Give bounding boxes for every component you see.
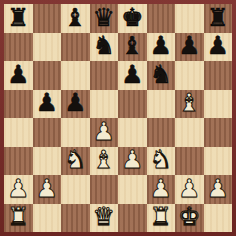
square-f6[interactable]: ♞ bbox=[147, 61, 176, 90]
square-b2[interactable]: ♟ bbox=[33, 175, 62, 204]
square-b4[interactable] bbox=[33, 118, 62, 147]
black-pawn-g7[interactable]: ♟ bbox=[178, 33, 200, 58]
black-rook-h8[interactable]: ♜ bbox=[207, 5, 229, 30]
square-g2[interactable]: ♟ bbox=[175, 175, 204, 204]
square-e5[interactable] bbox=[118, 90, 147, 119]
white-pawn-d4[interactable]: ♟ bbox=[93, 119, 115, 144]
square-d3[interactable]: ♝ bbox=[90, 147, 119, 176]
square-e4[interactable] bbox=[118, 118, 147, 147]
square-c2[interactable] bbox=[61, 175, 90, 204]
square-d1[interactable]: ♛ bbox=[90, 204, 119, 233]
square-d4[interactable]: ♟ bbox=[90, 118, 119, 147]
square-b7[interactable] bbox=[33, 33, 62, 62]
square-d7[interactable]: ♞ bbox=[90, 33, 119, 62]
square-g7[interactable]: ♟ bbox=[175, 33, 204, 62]
square-d8[interactable]: ♛ bbox=[90, 4, 119, 33]
square-h6[interactable] bbox=[204, 61, 233, 90]
white-knight-c3[interactable]: ♞ bbox=[64, 147, 86, 172]
square-e8[interactable]: ♚ bbox=[118, 4, 147, 33]
white-rook-f1[interactable]: ♜ bbox=[150, 204, 172, 229]
square-c6[interactable] bbox=[61, 61, 90, 90]
white-king-g1[interactable]: ♚ bbox=[178, 204, 200, 229]
square-a8[interactable]: ♜ bbox=[4, 4, 33, 33]
square-b5[interactable]: ♟ bbox=[33, 90, 62, 119]
square-h7[interactable]: ♟ bbox=[204, 33, 233, 62]
black-knight-f6[interactable]: ♞ bbox=[150, 62, 172, 87]
white-pawn-b2[interactable]: ♟ bbox=[36, 176, 58, 201]
square-c4[interactable] bbox=[61, 118, 90, 147]
square-e7[interactable]: ♝ bbox=[118, 33, 147, 62]
square-h5[interactable] bbox=[204, 90, 233, 119]
square-c7[interactable] bbox=[61, 33, 90, 62]
black-pawn-b5[interactable]: ♟ bbox=[36, 90, 58, 115]
square-f4[interactable] bbox=[147, 118, 176, 147]
square-b6[interactable] bbox=[33, 61, 62, 90]
square-f7[interactable]: ♟ bbox=[147, 33, 176, 62]
square-f8[interactable] bbox=[147, 4, 176, 33]
square-e1[interactable] bbox=[118, 204, 147, 233]
square-a7[interactable] bbox=[4, 33, 33, 62]
square-g6[interactable] bbox=[175, 61, 204, 90]
black-pawn-h7[interactable]: ♟ bbox=[207, 33, 229, 58]
white-pawn-e3[interactable]: ♟ bbox=[121, 147, 143, 172]
black-pawn-c5[interactable]: ♟ bbox=[64, 90, 86, 115]
white-knight-f3[interactable]: ♞ bbox=[150, 147, 172, 172]
square-c5[interactable]: ♟ bbox=[61, 90, 90, 119]
square-f1[interactable]: ♜ bbox=[147, 204, 176, 233]
square-d5[interactable] bbox=[90, 90, 119, 119]
white-queen-d1[interactable]: ♛ bbox=[93, 204, 115, 229]
white-bishop-g5[interactable]: ♝ bbox=[178, 90, 200, 115]
square-g1[interactable]: ♚ bbox=[175, 204, 204, 233]
square-g5[interactable]: ♝ bbox=[175, 90, 204, 119]
black-bishop-e7[interactable]: ♝ bbox=[121, 33, 143, 58]
square-c3[interactable]: ♞ bbox=[61, 147, 90, 176]
white-pawn-g2[interactable]: ♟ bbox=[178, 176, 200, 201]
white-pawn-h2[interactable]: ♟ bbox=[207, 176, 229, 201]
square-g4[interactable] bbox=[175, 118, 204, 147]
board-frame: ♜♝♛♚♜♞♝♟♟♟♟♟♞♟♟♝♟♞♝♟♞♟♟♟♟♟♜♛♜♚ bbox=[0, 0, 236, 236]
white-rook-a1[interactable]: ♜ bbox=[7, 204, 29, 229]
square-h2[interactable]: ♟ bbox=[204, 175, 233, 204]
white-pawn-f2[interactable]: ♟ bbox=[150, 176, 172, 201]
chess-board: ♜♝♛♚♜♞♝♟♟♟♟♟♞♟♟♝♟♞♝♟♞♟♟♟♟♟♜♛♜♚ bbox=[4, 4, 232, 232]
white-bishop-d3[interactable]: ♝ bbox=[93, 147, 115, 172]
square-h8[interactable]: ♜ bbox=[204, 4, 233, 33]
black-knight-d7[interactable]: ♞ bbox=[93, 33, 115, 58]
square-b1[interactable] bbox=[33, 204, 62, 233]
square-a1[interactable]: ♜ bbox=[4, 204, 33, 233]
square-a3[interactable] bbox=[4, 147, 33, 176]
square-e3[interactable]: ♟ bbox=[118, 147, 147, 176]
square-d6[interactable] bbox=[90, 61, 119, 90]
black-pawn-f7[interactable]: ♟ bbox=[150, 33, 172, 58]
black-pawn-e6[interactable]: ♟ bbox=[121, 62, 143, 87]
square-b3[interactable] bbox=[33, 147, 62, 176]
square-a2[interactable]: ♟ bbox=[4, 175, 33, 204]
square-f2[interactable]: ♟ bbox=[147, 175, 176, 204]
square-e2[interactable] bbox=[118, 175, 147, 204]
square-a6[interactable]: ♟ bbox=[4, 61, 33, 90]
black-king-e8[interactable]: ♚ bbox=[121, 5, 143, 30]
square-f5[interactable] bbox=[147, 90, 176, 119]
square-h3[interactable] bbox=[204, 147, 233, 176]
square-c8[interactable]: ♝ bbox=[61, 4, 90, 33]
square-e6[interactable]: ♟ bbox=[118, 61, 147, 90]
square-h1[interactable] bbox=[204, 204, 233, 233]
square-g3[interactable] bbox=[175, 147, 204, 176]
square-f3[interactable]: ♞ bbox=[147, 147, 176, 176]
black-pawn-a6[interactable]: ♟ bbox=[7, 62, 29, 87]
square-c1[interactable] bbox=[61, 204, 90, 233]
square-d2[interactable] bbox=[90, 175, 119, 204]
square-a5[interactable] bbox=[4, 90, 33, 119]
white-pawn-a2[interactable]: ♟ bbox=[7, 176, 29, 201]
black-queen-d8[interactable]: ♛ bbox=[93, 5, 115, 30]
black-bishop-c8[interactable]: ♝ bbox=[64, 5, 86, 30]
square-g8[interactable] bbox=[175, 4, 204, 33]
black-rook-a8[interactable]: ♜ bbox=[7, 5, 29, 30]
square-a4[interactable] bbox=[4, 118, 33, 147]
square-b8[interactable] bbox=[33, 4, 62, 33]
square-h4[interactable] bbox=[204, 118, 233, 147]
